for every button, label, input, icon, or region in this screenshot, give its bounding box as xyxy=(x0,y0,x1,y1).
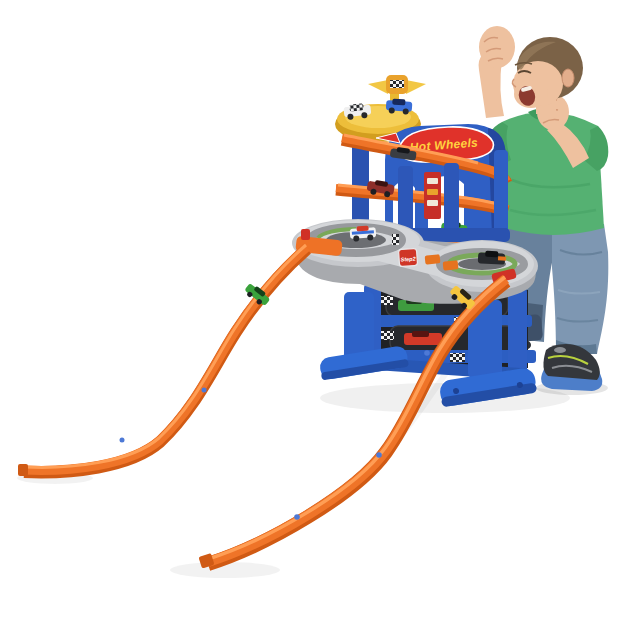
track-connector-dot xyxy=(202,388,207,393)
flag-topper xyxy=(368,75,426,94)
table-slot xyxy=(425,254,441,265)
left-floor-track xyxy=(18,245,307,476)
track-connector-dot xyxy=(120,438,125,443)
car-banner xyxy=(424,172,441,219)
track-connector-dot xyxy=(294,514,300,520)
track-end-cap xyxy=(18,464,28,476)
boy-ear xyxy=(562,69,574,87)
storage-frame-right xyxy=(508,288,527,374)
boy-left-arm xyxy=(479,26,515,118)
track-connector-dot xyxy=(424,350,430,356)
checker-sticker xyxy=(380,331,394,340)
step2-badge: Step2 xyxy=(398,248,417,266)
product-photo: Hot Wheels xyxy=(0,0,620,620)
storage-rail-mid xyxy=(370,315,532,327)
boy-jeans-near-leg xyxy=(552,224,608,354)
table-slot xyxy=(443,260,459,271)
checker-sticker xyxy=(450,353,465,362)
start-line xyxy=(392,234,399,245)
scene-illustration: Hot Wheels xyxy=(0,0,620,620)
car-red-shelf xyxy=(404,331,442,345)
boy-left-fist xyxy=(479,26,515,68)
track-connector-dot xyxy=(376,452,382,458)
boy-head xyxy=(512,37,583,114)
step2-badge-text: Step2 xyxy=(400,255,415,262)
